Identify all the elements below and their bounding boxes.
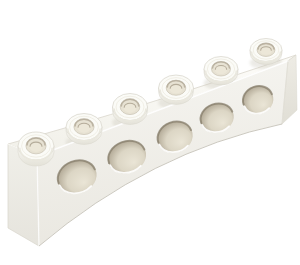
hollow-stud [159, 75, 194, 105]
hollow-stud [66, 114, 102, 145]
hollow-stud [113, 94, 148, 125]
hollow-stud [204, 57, 238, 86]
product-photo-stage [0, 0, 300, 265]
brick-svg [0, 0, 300, 265]
lego-brick-photo [0, 0, 300, 265]
hollow-stud [18, 132, 54, 166]
hollow-stud [250, 39, 282, 65]
